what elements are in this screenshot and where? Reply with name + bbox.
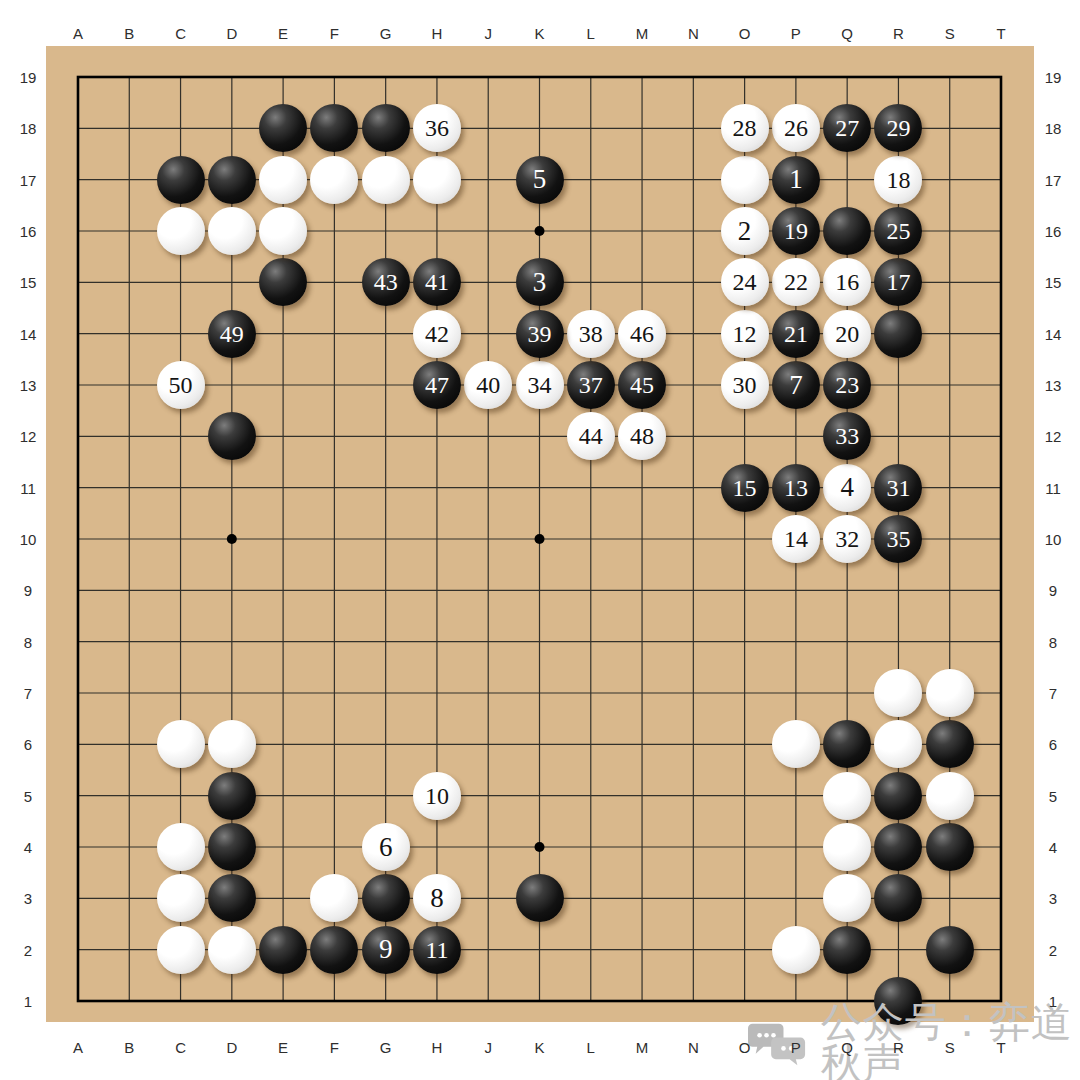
- stone-R11-black-move-31: 31: [874, 464, 922, 512]
- stone-O14-white-move-12: 12: [721, 310, 769, 358]
- stone-Q18-black-move-27: 27: [823, 104, 871, 152]
- stone-L14-white-move-38: 38: [567, 310, 615, 358]
- stone-Q6-black: [823, 720, 871, 768]
- move-number: 33: [835, 424, 859, 448]
- column-label-top-D: D: [226, 25, 237, 42]
- move-number: 30: [733, 373, 757, 397]
- column-label-top-O: O: [739, 25, 751, 42]
- stone-R5-black: [874, 772, 922, 820]
- row-label-left-14: 14: [20, 325, 37, 342]
- row-label-right-17: 17: [1045, 171, 1062, 188]
- move-number: 15: [733, 476, 757, 500]
- column-label-top-E: E: [278, 25, 288, 42]
- stone-O18-white-move-28: 28: [721, 104, 769, 152]
- column-label-top-J: J: [484, 25, 492, 42]
- move-number: 36: [425, 116, 449, 140]
- stone-F17-white: [310, 156, 358, 204]
- stone-C2-white: [157, 926, 205, 974]
- move-number: 10: [425, 784, 449, 808]
- column-label-top-F: F: [330, 25, 339, 42]
- column-label-top-B: B: [124, 25, 134, 42]
- stone-L13-black-move-37: 37: [567, 361, 615, 409]
- row-label-right-2: 2: [1049, 941, 1057, 958]
- stone-R14-black: [874, 310, 922, 358]
- row-label-right-6: 6: [1049, 736, 1057, 753]
- column-label-bottom-B: B: [124, 1039, 134, 1056]
- stone-R18-black-move-29: 29: [874, 104, 922, 152]
- row-label-left-13: 13: [20, 377, 37, 394]
- stone-C17-black: [157, 156, 205, 204]
- stone-P10-white-move-14: 14: [772, 515, 820, 563]
- stone-O16-white-move-2: 2: [721, 207, 769, 255]
- stone-O15-white-move-24: 24: [721, 258, 769, 306]
- stone-Q12-black-move-33: 33: [823, 412, 871, 460]
- move-number: 41: [425, 270, 449, 294]
- row-label-left-10: 10: [20, 531, 37, 548]
- move-number: 6: [379, 834, 393, 861]
- row-label-right-13: 13: [1045, 377, 1062, 394]
- row-label-left-4: 4: [24, 839, 32, 856]
- stone-D17-black: [208, 156, 256, 204]
- stone-H18-white-move-36: 36: [413, 104, 461, 152]
- move-number: 3: [533, 269, 547, 296]
- column-label-top-C: C: [175, 25, 186, 42]
- stone-P11-black-move-13: 13: [772, 464, 820, 512]
- stone-Q11-white-move-4: 4: [823, 464, 871, 512]
- row-label-left-9: 9: [24, 582, 32, 599]
- move-number: 27: [835, 116, 859, 140]
- column-label-bottom-A: A: [73, 1039, 83, 1056]
- stone-F18-black: [310, 104, 358, 152]
- stone-Q5-white: [823, 772, 871, 820]
- stone-C4-white: [157, 823, 205, 871]
- stone-P13-black-move-7: 7: [772, 361, 820, 409]
- column-label-bottom-P: P: [791, 1039, 801, 1056]
- move-number: 11: [425, 938, 448, 962]
- row-label-left-3: 3: [24, 890, 32, 907]
- move-number: 19: [784, 219, 808, 243]
- row-label-right-1: 1: [1049, 993, 1057, 1010]
- move-number: 21: [784, 322, 808, 346]
- column-label-top-M: M: [636, 25, 649, 42]
- stone-C16-white: [157, 207, 205, 255]
- move-number: 5: [533, 166, 547, 193]
- column-label-bottom-N: N: [688, 1039, 699, 1056]
- stone-O13-white-move-30: 30: [721, 361, 769, 409]
- row-label-left-16: 16: [20, 223, 37, 240]
- move-number: 32: [835, 527, 859, 551]
- move-number: 49: [220, 322, 244, 346]
- row-label-right-12: 12: [1045, 428, 1062, 445]
- stone-P16-black-move-19: 19: [772, 207, 820, 255]
- stone-Q2-black: [823, 926, 871, 974]
- column-label-bottom-E: E: [278, 1039, 288, 1056]
- stone-G18-black: [362, 104, 410, 152]
- move-number: 16: [835, 270, 859, 294]
- stone-P17-black-move-1: 1: [772, 156, 820, 204]
- stone-Q15-white-move-16: 16: [823, 258, 871, 306]
- stone-E15-black: [259, 258, 307, 306]
- stone-O11-black-move-15: 15: [721, 464, 769, 512]
- row-label-right-8: 8: [1049, 633, 1057, 650]
- column-label-top-S: S: [945, 25, 955, 42]
- move-number: 14: [784, 527, 808, 551]
- stone-S7-white: [926, 669, 974, 717]
- stone-C3-white: [157, 874, 205, 922]
- stone-Q14-white-move-20: 20: [823, 310, 871, 358]
- stone-C6-white: [157, 720, 205, 768]
- move-number: 45: [630, 373, 654, 397]
- column-label-top-G: G: [380, 25, 392, 42]
- column-label-bottom-J: J: [484, 1039, 492, 1056]
- move-number: 2: [738, 218, 752, 245]
- row-label-left-17: 17: [20, 171, 37, 188]
- stone-M14-white-move-46: 46: [618, 310, 666, 358]
- stone-R17-white-move-18: 18: [874, 156, 922, 204]
- stone-K13-white-move-34: 34: [516, 361, 564, 409]
- row-label-left-12: 12: [20, 428, 37, 445]
- stone-H2-black-move-11: 11: [413, 926, 461, 974]
- stone-D5-black: [208, 772, 256, 820]
- stone-R6-white: [874, 720, 922, 768]
- stone-M12-white-move-48: 48: [618, 412, 666, 460]
- stone-G3-black: [362, 874, 410, 922]
- row-label-right-5: 5: [1049, 787, 1057, 804]
- move-number: 48: [630, 424, 654, 448]
- stone-G2-black-move-9: 9: [362, 926, 410, 974]
- stone-P14-black-move-21: 21: [772, 310, 820, 358]
- move-number: 23: [835, 373, 859, 397]
- stone-R7-white: [874, 669, 922, 717]
- move-number: 44: [579, 424, 603, 448]
- row-label-right-4: 4: [1049, 839, 1057, 856]
- column-label-bottom-L: L: [587, 1039, 595, 1056]
- column-label-top-H: H: [432, 25, 443, 42]
- column-label-top-K: K: [534, 25, 544, 42]
- row-label-left-15: 15: [20, 274, 37, 291]
- column-label-top-Q: Q: [841, 25, 853, 42]
- move-number: 34: [528, 373, 552, 397]
- stone-G17-white: [362, 156, 410, 204]
- move-number: 13: [784, 476, 808, 500]
- stone-E2-black: [259, 926, 307, 974]
- row-label-right-18: 18: [1045, 120, 1062, 137]
- stone-P6-white: [772, 720, 820, 768]
- move-number: 29: [886, 116, 910, 140]
- move-number: 17: [886, 270, 910, 294]
- stone-K3-black: [516, 874, 564, 922]
- move-number: 50: [169, 373, 193, 397]
- column-label-top-N: N: [688, 25, 699, 42]
- stone-D14-black-move-49: 49: [208, 310, 256, 358]
- row-label-left-6: 6: [24, 736, 32, 753]
- stone-D4-black: [208, 823, 256, 871]
- column-label-bottom-T: T: [996, 1039, 1005, 1056]
- stone-Q13-black-move-23: 23: [823, 361, 871, 409]
- move-number: 42: [425, 322, 449, 346]
- stone-H14-white-move-42: 42: [413, 310, 461, 358]
- column-label-bottom-G: G: [380, 1039, 392, 1056]
- stone-K17-black-move-5: 5: [516, 156, 564, 204]
- column-label-bottom-R: R: [893, 1039, 904, 1056]
- row-label-right-11: 11: [1045, 479, 1061, 496]
- stone-E16-white: [259, 207, 307, 255]
- row-label-left-5: 5: [24, 787, 32, 804]
- row-label-right-3: 3: [1049, 890, 1057, 907]
- stone-Q4-white: [823, 823, 871, 871]
- stone-P18-white-move-26: 26: [772, 104, 820, 152]
- stone-H13-black-move-47: 47: [413, 361, 461, 409]
- stone-E18-black: [259, 104, 307, 152]
- row-label-left-2: 2: [24, 941, 32, 958]
- move-number: 43: [374, 270, 398, 294]
- move-number: 8: [430, 885, 444, 912]
- row-label-left-1: 1: [24, 993, 32, 1010]
- move-number: 37: [579, 373, 603, 397]
- stone-S2-black: [926, 926, 974, 974]
- move-number: 25: [886, 219, 910, 243]
- stone-L12-white-move-44: 44: [567, 412, 615, 460]
- move-number: 12: [733, 322, 757, 346]
- column-label-bottom-C: C: [175, 1039, 186, 1056]
- stone-R16-black-move-25: 25: [874, 207, 922, 255]
- stone-G15-black-move-43: 43: [362, 258, 410, 306]
- row-label-right-14: 14: [1045, 325, 1062, 342]
- stone-J13-white-move-40: 40: [464, 361, 512, 409]
- column-label-bottom-M: M: [636, 1039, 649, 1056]
- stone-K14-black-move-39: 39: [516, 310, 564, 358]
- stone-S5-white: [926, 772, 974, 820]
- move-number: 18: [886, 168, 910, 192]
- stone-R10-black-move-35: 35: [874, 515, 922, 563]
- column-label-top-A: A: [73, 25, 83, 42]
- move-number: 31: [886, 476, 910, 500]
- stone-Q3-white: [823, 874, 871, 922]
- stone-R4-black: [874, 823, 922, 871]
- stone-H5-white-move-10: 10: [413, 772, 461, 820]
- move-number: 35: [886, 527, 910, 551]
- stone-D3-black: [208, 874, 256, 922]
- column-label-top-P: P: [791, 25, 801, 42]
- stone-D2-white: [208, 926, 256, 974]
- column-label-bottom-Q: Q: [841, 1039, 853, 1056]
- column-label-top-T: T: [996, 25, 1005, 42]
- row-label-right-16: 16: [1045, 223, 1062, 240]
- stone-Q10-white-move-32: 32: [823, 515, 871, 563]
- stone-D16-white: [208, 207, 256, 255]
- row-label-right-19: 19: [1045, 69, 1062, 86]
- stone-Q16-black: [823, 207, 871, 255]
- move-number: 39: [528, 322, 552, 346]
- stone-G4-white-move-6: 6: [362, 823, 410, 871]
- move-number: 40: [476, 373, 500, 397]
- stone-R15-black-move-17: 17: [874, 258, 922, 306]
- go-diagram-page: AABBCCDDEEFFGGHHJJKKLLMMNNOOPPQQRRSSTT19…: [0, 0, 1080, 1080]
- row-label-right-15: 15: [1045, 274, 1062, 291]
- column-label-bottom-K: K: [534, 1039, 544, 1056]
- stone-S4-black: [926, 823, 974, 871]
- row-label-left-8: 8: [24, 633, 32, 650]
- row-label-left-7: 7: [24, 685, 32, 702]
- row-label-right-7: 7: [1049, 685, 1057, 702]
- move-number: 9: [379, 936, 393, 963]
- move-number: 47: [425, 373, 449, 397]
- move-number: 38: [579, 322, 603, 346]
- stone-F2-black: [310, 926, 358, 974]
- row-label-right-10: 10: [1045, 531, 1062, 548]
- move-number: 22: [784, 270, 808, 294]
- column-label-top-L: L: [587, 25, 595, 42]
- stone-R3-black: [874, 874, 922, 922]
- stone-H15-black-move-41: 41: [413, 258, 461, 306]
- stone-H3-white-move-8: 8: [413, 874, 461, 922]
- move-number: 7: [789, 372, 803, 399]
- column-label-bottom-F: F: [330, 1039, 339, 1056]
- stone-P2-white: [772, 926, 820, 974]
- stone-H17-white: [413, 156, 461, 204]
- row-label-left-19: 19: [20, 69, 37, 86]
- move-number: 28: [733, 116, 757, 140]
- stone-D6-white: [208, 720, 256, 768]
- stone-O17-white: [721, 156, 769, 204]
- wechat-chat-bubbles-icon: [748, 1014, 813, 1072]
- move-number: 46: [630, 322, 654, 346]
- row-label-left-18: 18: [20, 120, 37, 137]
- move-number: 4: [840, 474, 854, 501]
- stone-M13-black-move-45: 45: [618, 361, 666, 409]
- column-label-top-R: R: [893, 25, 904, 42]
- stone-P15-white-move-22: 22: [772, 258, 820, 306]
- stone-S6-black: [926, 720, 974, 768]
- row-label-left-11: 11: [20, 479, 36, 496]
- stone-E17-white: [259, 156, 307, 204]
- column-label-bottom-O: O: [739, 1039, 751, 1056]
- move-number: 26: [784, 116, 808, 140]
- stone-F3-white: [310, 874, 358, 922]
- row-label-right-9: 9: [1049, 582, 1057, 599]
- move-number: 20: [835, 322, 859, 346]
- column-label-bottom-D: D: [226, 1039, 237, 1056]
- column-label-bottom-S: S: [945, 1039, 955, 1056]
- stone-K15-black-move-3: 3: [516, 258, 564, 306]
- move-number: 24: [733, 270, 757, 294]
- column-label-bottom-H: H: [432, 1039, 443, 1056]
- move-number: 1: [789, 166, 803, 193]
- stone-D12-black: [208, 412, 256, 460]
- stone-C13-white-move-50: 50: [157, 361, 205, 409]
